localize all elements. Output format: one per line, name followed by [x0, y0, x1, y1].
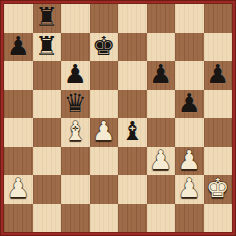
square-e2[interactable] [118, 175, 147, 204]
square-h7[interactable] [204, 33, 233, 62]
square-d7[interactable]: ♚ [90, 33, 119, 62]
piece-black-queen[interactable]: ♛ [64, 90, 87, 116]
square-d3[interactable] [90, 147, 119, 176]
square-e5[interactable] [118, 90, 147, 119]
square-d2[interactable] [90, 175, 119, 204]
square-a7[interactable]: ♟ [4, 33, 33, 62]
square-b5[interactable] [33, 90, 62, 119]
square-e7[interactable] [118, 33, 147, 62]
piece-white-pawn[interactable]: ♟ [92, 118, 115, 144]
square-f4[interactable] [147, 118, 176, 147]
square-f8[interactable] [147, 4, 176, 33]
piece-white-bishop[interactable]: ♝ [64, 118, 87, 144]
piece-black-pawn[interactable]: ♟ [178, 90, 201, 116]
square-a4[interactable] [4, 118, 33, 147]
square-a3[interactable] [4, 147, 33, 176]
square-c4[interactable]: ♝ [61, 118, 90, 147]
square-d6[interactable] [90, 61, 119, 90]
square-b6[interactable] [33, 61, 62, 90]
square-f6[interactable]: ♟ [147, 61, 176, 90]
square-a5[interactable] [4, 90, 33, 119]
square-g3[interactable]: ♟ [175, 147, 204, 176]
piece-white-pawn[interactable]: ♟ [149, 147, 172, 173]
square-h6[interactable]: ♟ [204, 61, 233, 90]
square-c2[interactable] [61, 175, 90, 204]
piece-black-king[interactable]: ♚ [92, 33, 115, 59]
square-g6[interactable] [175, 61, 204, 90]
square-b4[interactable] [33, 118, 62, 147]
square-d1[interactable] [90, 204, 119, 233]
chess-board: ♜♟♜♚♟♟♟♛♟♝♟♝♟♟♟♟♚ [0, 0, 236, 236]
square-b1[interactable] [33, 204, 62, 233]
square-h8[interactable] [204, 4, 233, 33]
square-d4[interactable]: ♟ [90, 118, 119, 147]
square-a1[interactable] [4, 204, 33, 233]
board-grid: ♜♟♜♚♟♟♟♛♟♝♟♝♟♟♟♟♚ [4, 4, 232, 232]
square-f1[interactable] [147, 204, 176, 233]
piece-black-pawn[interactable]: ♟ [149, 61, 172, 87]
square-b7[interactable]: ♜ [33, 33, 62, 62]
square-e1[interactable] [118, 204, 147, 233]
square-g5[interactable]: ♟ [175, 90, 204, 119]
square-h3[interactable] [204, 147, 233, 176]
square-h2[interactable]: ♚ [204, 175, 233, 204]
piece-black-pawn[interactable]: ♟ [64, 61, 87, 87]
square-e6[interactable] [118, 61, 147, 90]
square-c1[interactable] [61, 204, 90, 233]
square-h5[interactable] [204, 90, 233, 119]
piece-white-pawn[interactable]: ♟ [178, 175, 201, 201]
square-b3[interactable] [33, 147, 62, 176]
piece-black-bishop[interactable]: ♝ [121, 118, 144, 144]
square-g8[interactable] [175, 4, 204, 33]
piece-black-pawn[interactable]: ♟ [7, 33, 30, 59]
piece-white-king[interactable]: ♚ [206, 175, 229, 201]
square-f2[interactable] [147, 175, 176, 204]
piece-white-pawn[interactable]: ♟ [7, 175, 30, 201]
square-g4[interactable] [175, 118, 204, 147]
square-f5[interactable] [147, 90, 176, 119]
square-c3[interactable] [61, 147, 90, 176]
piece-black-rook[interactable]: ♜ [35, 33, 58, 59]
square-g2[interactable]: ♟ [175, 175, 204, 204]
square-c7[interactable] [61, 33, 90, 62]
square-a6[interactable] [4, 61, 33, 90]
square-c5[interactable]: ♛ [61, 90, 90, 119]
square-a2[interactable]: ♟ [4, 175, 33, 204]
square-h4[interactable] [204, 118, 233, 147]
square-g1[interactable] [175, 204, 204, 233]
square-f3[interactable]: ♟ [147, 147, 176, 176]
piece-white-pawn[interactable]: ♟ [178, 147, 201, 173]
square-g7[interactable] [175, 33, 204, 62]
square-e4[interactable]: ♝ [118, 118, 147, 147]
piece-black-pawn[interactable]: ♟ [206, 61, 229, 87]
square-e8[interactable] [118, 4, 147, 33]
square-d5[interactable] [90, 90, 119, 119]
square-b2[interactable] [33, 175, 62, 204]
square-b8[interactable]: ♜ [33, 4, 62, 33]
square-a8[interactable] [4, 4, 33, 33]
square-c6[interactable]: ♟ [61, 61, 90, 90]
square-f7[interactable] [147, 33, 176, 62]
square-d8[interactable] [90, 4, 119, 33]
square-h1[interactable] [204, 204, 233, 233]
piece-black-rook[interactable]: ♜ [35, 4, 58, 30]
square-c8[interactable] [61, 4, 90, 33]
square-e3[interactable] [118, 147, 147, 176]
